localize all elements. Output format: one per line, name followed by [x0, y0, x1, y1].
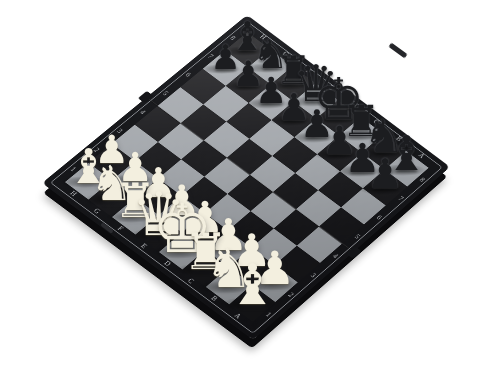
coordinate-label: 5 — [353, 234, 361, 240]
coordinate-label: 6 — [375, 215, 383, 221]
coordinate-label: 2 — [287, 292, 295, 299]
coordinate-label: A — [417, 153, 426, 160]
coordinate-label: E — [139, 243, 148, 250]
coordinate-label: D — [162, 260, 171, 267]
coordinate-label: 4 — [331, 253, 339, 259]
coordinate-label: E — [326, 85, 334, 92]
coordinate-label: 3 — [309, 272, 317, 279]
coordinate-label: A — [232, 313, 241, 321]
hinge-tab-right-icon — [346, 246, 361, 259]
coordinate-label: D — [349, 102, 358, 109]
coordinate-label: G — [281, 51, 290, 58]
board-squares-grid — [65, 32, 429, 322]
coordinate-label: F — [116, 226, 124, 233]
coordinate-label: 1 — [264, 312, 272, 319]
coordinate-label: 8 — [418, 177, 426, 183]
coordinate-label: H — [258, 34, 267, 41]
coordinate-label: B — [209, 295, 218, 302]
coordinate-label: F — [304, 68, 312, 74]
coordinate-label: H — [68, 190, 77, 197]
coordinate-label: C — [186, 278, 195, 285]
chess-board: HHGGFFEEDDCCBBAA8877665544332211 — [42, 15, 450, 340]
hinge-tab-left-icon — [138, 91, 154, 103]
coordinate-label: B — [394, 136, 402, 143]
product-photo[interactable]: HHGGFFEEDDCCBBAA8877665544332211 ♝♞♜♚♛♜♞… — [0, 0, 500, 381]
coordinate-label: 7 — [397, 196, 405, 202]
latch-clasp-icon — [388, 43, 407, 59]
coordinate-label: G — [92, 208, 101, 215]
coordinate-label: C — [372, 119, 380, 126]
